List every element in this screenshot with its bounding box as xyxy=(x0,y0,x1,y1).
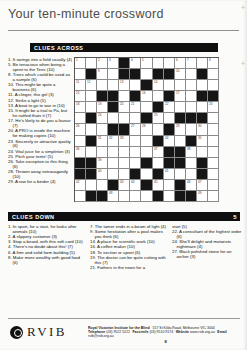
white-cell[interactable] xyxy=(186,69,197,80)
cell-number: 42 xyxy=(76,180,79,183)
white-cell[interactable] xyxy=(186,91,197,102)
white-cell[interactable] xyxy=(130,113,141,124)
black-cell xyxy=(97,91,108,102)
black-cell xyxy=(130,169,141,180)
cell-number: 29 xyxy=(176,124,179,127)
cell-number: 13 xyxy=(120,80,123,83)
white-cell[interactable]: 32 xyxy=(108,136,119,147)
white-cell[interactable]: 37 xyxy=(153,147,164,158)
cell-number: 44 xyxy=(131,180,134,183)
black-cell xyxy=(97,191,108,202)
cell-number: 4 xyxy=(131,58,133,61)
down-clues-column-3: start (5)22. A consultant of the highest… xyxy=(172,224,242,288)
cell-number: 8 xyxy=(209,58,211,61)
cell-number: 22 xyxy=(165,102,168,105)
page-title: Your ten-minute crossword xyxy=(8,7,164,21)
white-cell[interactable] xyxy=(175,136,186,147)
black-cell xyxy=(75,169,86,180)
black-cell xyxy=(197,113,208,124)
white-cell[interactable] xyxy=(86,180,97,191)
cell-number: 34 xyxy=(165,136,168,139)
cell-number: 46 xyxy=(187,180,190,183)
white-cell[interactable]: 23 xyxy=(208,102,219,113)
white-cell[interactable] xyxy=(197,80,208,91)
black-cell xyxy=(119,69,130,80)
white-cell[interactable]: 4 xyxy=(130,58,141,69)
cell-number: 2 xyxy=(98,58,100,61)
clue-item: 8. Trees which could be used as a sample… xyxy=(8,72,72,82)
black-cell xyxy=(141,180,152,191)
white-cell[interactable] xyxy=(175,102,186,113)
white-cell[interactable] xyxy=(97,180,108,191)
white-cell[interactable]: 39 xyxy=(97,158,108,169)
black-cell xyxy=(153,102,164,113)
white-cell[interactable] xyxy=(208,191,219,202)
white-cell[interactable] xyxy=(197,58,208,69)
white-cell[interactable]: 17 xyxy=(175,91,186,102)
white-cell[interactable] xyxy=(164,80,175,91)
white-cell[interactable]: 44 xyxy=(130,180,141,191)
black-cell xyxy=(153,169,164,180)
white-cell[interactable] xyxy=(97,124,108,135)
cell-number: 15 xyxy=(76,91,79,94)
black-cell xyxy=(108,180,119,191)
clues-down-header-bar: CLUES DOWN 5 xyxy=(8,212,240,221)
white-cell[interactable]: 46 xyxy=(186,180,197,191)
white-cell[interactable] xyxy=(208,69,219,80)
white-cell[interactable]: 5 xyxy=(141,58,152,69)
white-cell[interactable]: 15 xyxy=(75,91,86,102)
clues-down-header: CLUES DOWN xyxy=(8,212,240,221)
black-cell xyxy=(186,113,197,124)
white-cell[interactable] xyxy=(86,102,97,113)
white-cell[interactable]: 27 xyxy=(130,124,141,135)
white-cell[interactable] xyxy=(86,58,97,69)
white-cell[interactable] xyxy=(119,147,130,158)
white-cell[interactable] xyxy=(75,191,86,202)
down-clues-column-2: 7. The tamer ends in a beam of light (4)… xyxy=(90,224,168,288)
black-cell xyxy=(164,124,175,135)
white-cell[interactable]: 7 xyxy=(186,58,197,69)
white-cell[interactable]: 20 xyxy=(119,102,130,113)
clue-item: 10. This might be quite a business (6) xyxy=(8,82,72,92)
rvib-eye-icon xyxy=(10,326,23,339)
clue-item: 15. It might be a trial to Pa, but he ra… xyxy=(8,108,72,118)
clue-item: 1. In sport, for a start, he looks after… xyxy=(8,224,86,234)
white-cell[interactable]: 42 xyxy=(75,180,86,191)
white-cell[interactable] xyxy=(141,69,152,80)
white-cell[interactable]: 45 xyxy=(153,180,164,191)
cell-number: 49 xyxy=(198,191,201,194)
white-cell[interactable]: 40 xyxy=(97,169,108,180)
cell-number: 24 xyxy=(98,113,101,116)
white-cell[interactable] xyxy=(97,80,108,91)
white-cell[interactable] xyxy=(208,124,219,135)
black-cell xyxy=(141,158,152,169)
white-cell[interactable]: 10 xyxy=(175,69,186,80)
white-cell[interactable] xyxy=(141,136,152,147)
cell-number: 9 xyxy=(98,69,100,72)
cell-number: 18 xyxy=(76,102,79,105)
white-cell[interactable] xyxy=(119,158,130,169)
cell-number: 38 xyxy=(187,147,190,150)
white-cell[interactable]: 38 xyxy=(186,147,197,158)
white-cell[interactable] xyxy=(86,91,97,102)
clue-item: 20. A PRO is inside the machine for maki… xyxy=(8,129,72,139)
white-cell[interactable] xyxy=(130,80,141,91)
black-cell xyxy=(164,69,175,80)
black-cell xyxy=(197,158,208,169)
black-cell xyxy=(108,91,119,102)
black-cell xyxy=(108,124,119,135)
white-cell[interactable]: 47 xyxy=(197,180,208,191)
white-cell[interactable] xyxy=(141,191,152,202)
white-cell[interactable]: 28 xyxy=(141,124,152,135)
down-bar-mark: 5 xyxy=(234,212,237,221)
white-cell[interactable] xyxy=(108,80,119,91)
white-cell[interactable] xyxy=(186,169,197,180)
white-cell[interactable] xyxy=(164,191,175,202)
clue-item: 26. Take exception to this thing (6) xyxy=(8,159,72,169)
white-cell[interactable] xyxy=(186,80,197,91)
clue-item: 24. She'll delight and motorists nightma… xyxy=(172,239,242,249)
black-cell xyxy=(153,69,164,80)
white-cell[interactable] xyxy=(186,124,197,135)
white-cell[interactable]: 34 xyxy=(164,136,175,147)
white-cell[interactable] xyxy=(119,113,130,124)
black-cell xyxy=(175,113,186,124)
black-cell xyxy=(86,136,97,147)
black-cell xyxy=(186,191,197,202)
clue-item: 27. Black polished stone for an archer (… xyxy=(172,249,242,259)
white-cell[interactable] xyxy=(164,113,175,124)
clue-item: 23. Sincerely or attractive quality (6) xyxy=(8,139,72,149)
cell-number: 3 xyxy=(109,58,111,61)
white-cell[interactable] xyxy=(86,147,97,158)
black-cell xyxy=(86,158,97,169)
white-cell[interactable] xyxy=(108,158,119,169)
cell-number: 35 xyxy=(198,136,201,139)
white-cell[interactable]: 41 xyxy=(164,169,175,180)
white-cell[interactable]: 31 xyxy=(97,136,108,147)
white-cell[interactable]: 14 xyxy=(153,80,164,91)
white-cell[interactable] xyxy=(119,169,130,180)
white-cell[interactable]: 29 xyxy=(175,124,186,135)
registration-mark-top: + xyxy=(241,4,245,11)
cell-number: 48 xyxy=(109,191,112,194)
clues-across-header-bar: CLUES ACROSS xyxy=(30,43,218,52)
cell-number: 31 xyxy=(98,136,101,139)
white-cell[interactable] xyxy=(197,102,208,113)
black-cell xyxy=(141,80,152,91)
crossword-page: Your ten-minute crossword CLUES ACROSS 1… xyxy=(0,0,247,350)
white-cell[interactable] xyxy=(208,136,219,147)
white-cell[interactable]: 11 xyxy=(75,80,86,91)
footer-line-2: Telephone (03) 9522 5222Facsimile (03) 9… xyxy=(88,330,243,338)
cell-number: 23 xyxy=(209,102,212,105)
cell-number: 26 xyxy=(76,124,79,127)
white-cell[interactable] xyxy=(108,169,119,180)
cell-number: 17 xyxy=(176,91,179,94)
white-cell[interactable] xyxy=(75,113,86,124)
crossword-grid[interactable]: 1234567891011121314151617181920212223242… xyxy=(74,57,219,202)
black-cell xyxy=(197,169,208,180)
footer-contact-facsimile: Facsimile (03) 9510 9174 xyxy=(132,330,173,334)
white-cell[interactable] xyxy=(108,69,119,80)
white-cell[interactable] xyxy=(86,124,97,135)
cell-number: 14 xyxy=(154,80,157,83)
white-cell[interactable] xyxy=(119,191,130,202)
clue-item: 17. He's likely to do you a favour (7) xyxy=(8,119,72,129)
white-cell[interactable] xyxy=(153,124,164,135)
cell-number: 37 xyxy=(154,147,157,150)
cell-number: 12 xyxy=(87,80,90,83)
clue-item: 22. A consultant of the highest order (6… xyxy=(172,229,242,239)
clue-item: 5. Be tenacious when being a sprint to t… xyxy=(8,62,72,72)
rvib-logo: RVIB xyxy=(10,324,67,340)
title-rule xyxy=(8,30,239,31)
white-cell[interactable] xyxy=(153,91,164,102)
white-cell[interactable] xyxy=(208,180,219,191)
cell-number: 39 xyxy=(98,158,101,161)
black-cell xyxy=(164,158,175,169)
white-cell[interactable]: 35 xyxy=(197,136,208,147)
black-cell xyxy=(119,124,130,135)
cell-number: 7 xyxy=(187,58,189,61)
white-cell[interactable] xyxy=(175,169,186,180)
black-cell xyxy=(164,147,175,158)
cell-number: 21 xyxy=(131,102,134,105)
footer-contact-website: Website www.rvib.org.au xyxy=(176,330,215,334)
black-cell xyxy=(130,69,141,80)
registration-mark-side: + xyxy=(241,60,245,67)
white-cell[interactable] xyxy=(153,58,164,69)
white-cell[interactable]: 16 xyxy=(141,91,152,102)
clue-item: 29. A row for a binder (4) xyxy=(8,180,72,185)
clue-item: 28. Thrown away extravagantly (10) xyxy=(8,170,72,180)
black-cell xyxy=(86,113,97,124)
white-cell[interactable]: 9 xyxy=(97,69,108,80)
cell-number: 41 xyxy=(165,169,168,172)
clues-across-header: CLUES ACROSS xyxy=(30,43,218,52)
black-cell xyxy=(108,102,119,113)
across-clues-list: 1. It swings into a field usually (4)5. … xyxy=(8,57,72,207)
cell-number: 47 xyxy=(198,180,201,183)
white-cell[interactable]: 24 xyxy=(97,113,108,124)
white-cell[interactable]: 22 xyxy=(164,102,175,113)
black-cell xyxy=(75,158,86,169)
cell-number: 33 xyxy=(120,136,123,139)
black-cell xyxy=(186,136,197,147)
black-cell xyxy=(141,113,152,124)
cell-number: 32 xyxy=(109,136,112,139)
cell-number: 27 xyxy=(131,124,134,127)
black-cell xyxy=(119,58,130,69)
cell-number: 45 xyxy=(154,180,157,183)
white-cell[interactable]: 26 xyxy=(75,124,86,135)
white-cell[interactable]: 21 xyxy=(130,102,141,113)
white-cell[interactable] xyxy=(164,180,175,191)
clue-item: 19. The doctor can be quite cutting with… xyxy=(90,255,168,265)
white-cell[interactable] xyxy=(208,80,219,91)
cell-number: 20 xyxy=(120,102,123,105)
rvib-logo-text: RVIB xyxy=(27,324,67,340)
white-cell[interactable]: 33 xyxy=(119,136,130,147)
cell-number: 43 xyxy=(120,180,123,183)
white-cell[interactable] xyxy=(75,69,86,80)
white-cell[interactable] xyxy=(208,158,219,169)
white-cell[interactable] xyxy=(164,58,175,69)
footer-rule xyxy=(8,318,240,319)
white-cell[interactable]: 6 xyxy=(175,58,186,69)
white-cell[interactable] xyxy=(186,158,197,169)
clue-item: 8. Make more wealthy with good food (6) xyxy=(8,255,86,265)
cell-number: 16 xyxy=(142,91,145,94)
black-cell xyxy=(86,69,97,80)
black-cell xyxy=(197,69,208,80)
cell-number: 1 xyxy=(76,58,78,61)
white-cell[interactable]: 8 xyxy=(208,58,219,69)
white-cell[interactable]: 30 xyxy=(197,124,208,135)
white-cell[interactable]: 12 xyxy=(86,80,97,91)
white-cell[interactable]: 3 xyxy=(108,58,119,69)
page-number: 8 xyxy=(127,339,205,344)
cell-number: 28 xyxy=(142,124,145,127)
black-cell xyxy=(175,158,186,169)
black-cell xyxy=(153,191,164,202)
white-cell[interactable]: 48 xyxy=(108,191,119,202)
cell-number: 6 xyxy=(176,58,178,61)
white-cell[interactable]: 36 xyxy=(75,147,86,158)
cell-number: 30 xyxy=(198,124,201,127)
cell-number: 11 xyxy=(76,80,79,83)
clue-item: 9. Some hesitation after a pool makes yo… xyxy=(90,229,168,239)
white-cell[interactable]: 19 xyxy=(97,102,108,113)
white-cell[interactable] xyxy=(141,169,152,180)
black-cell xyxy=(153,136,164,147)
black-cell xyxy=(197,91,208,102)
black-cell xyxy=(130,91,141,102)
white-cell[interactable] xyxy=(153,158,164,169)
white-cell[interactable] xyxy=(130,191,141,202)
black-cell xyxy=(208,91,219,102)
black-cell xyxy=(86,191,97,202)
clue-item: 21. Fathers in the news for a xyxy=(90,265,168,270)
white-cell[interactable] xyxy=(108,147,119,158)
cell-number: 40 xyxy=(98,169,101,172)
white-cell[interactable] xyxy=(108,113,119,124)
cell-number: 36 xyxy=(76,147,79,150)
white-cell[interactable]: 2 xyxy=(97,58,108,69)
white-cell[interactable] xyxy=(186,102,197,113)
down-clues-column-1: 1. In sport, for a start, he looks after… xyxy=(8,224,86,288)
black-cell xyxy=(86,169,97,180)
cell-number: 5 xyxy=(142,58,144,61)
black-cell xyxy=(164,91,175,102)
white-cell[interactable] xyxy=(97,147,108,158)
cell-number: 25 xyxy=(154,113,157,116)
white-cell[interactable] xyxy=(130,136,141,147)
white-cell[interactable] xyxy=(175,80,186,91)
white-cell[interactable]: 1 xyxy=(75,58,86,69)
white-cell[interactable] xyxy=(208,147,219,158)
white-cell[interactable]: 49 xyxy=(197,191,208,202)
white-cell[interactable] xyxy=(130,147,141,158)
white-cell[interactable] xyxy=(208,169,219,180)
white-cell[interactable]: 43 xyxy=(119,180,130,191)
white-cell[interactable] xyxy=(130,158,141,169)
white-cell[interactable]: 13 xyxy=(119,80,130,91)
black-cell xyxy=(175,191,186,202)
white-cell[interactable] xyxy=(141,147,152,158)
cell-number: 19 xyxy=(98,102,101,105)
white-cell[interactable] xyxy=(119,91,130,102)
black-cell xyxy=(175,147,186,158)
white-cell[interactable]: 25 xyxy=(153,113,164,124)
white-cell[interactable] xyxy=(208,113,219,124)
white-cell[interactable] xyxy=(141,102,152,113)
cell-number: 10 xyxy=(176,69,179,72)
white-cell[interactable] xyxy=(75,136,86,147)
white-cell[interactable]: 18 xyxy=(75,102,86,113)
white-cell[interactable] xyxy=(197,147,208,158)
black-cell xyxy=(175,180,186,191)
